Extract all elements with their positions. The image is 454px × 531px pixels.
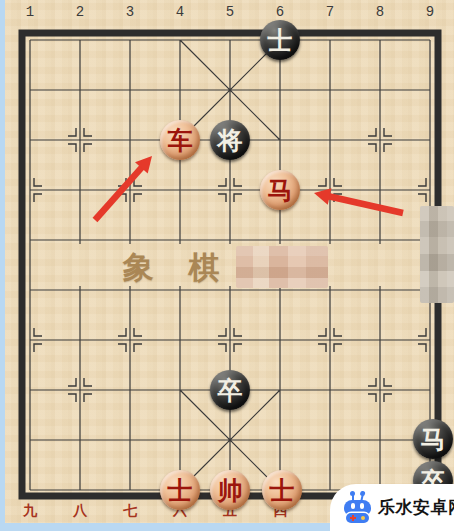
- piece-red-general[interactable]: 帅: [210, 470, 250, 510]
- piece-glyph: 卒: [218, 378, 243, 403]
- piece-red-horse[interactable]: 马: [260, 170, 300, 210]
- gamepad-dpad: [350, 515, 356, 521]
- gamepad-button: [361, 516, 365, 520]
- robot-eye: [360, 503, 364, 509]
- site-watermark-logo: 乐水安卓网: [330, 484, 454, 531]
- piece-glyph: 马: [421, 427, 446, 452]
- piece-glyph: 马: [268, 178, 293, 203]
- piece-black-soldier[interactable]: 卒: [210, 370, 250, 410]
- piece-black-general[interactable]: 将: [210, 120, 250, 160]
- piece-glyph: 帅: [218, 478, 243, 503]
- piece-glyph: 车: [168, 128, 193, 153]
- robot-eye: [351, 503, 355, 509]
- piece-red-chariot[interactable]: 车: [160, 120, 200, 160]
- piece-red-advisor-right[interactable]: 士: [262, 470, 302, 510]
- piece-black-horse[interactable]: 马: [413, 419, 453, 459]
- piece-glyph: 将: [218, 128, 243, 153]
- piece-black-advisor[interactable]: 士: [260, 20, 300, 60]
- pieces-layer: 士车将马卒马卒士帅士: [0, 0, 454, 531]
- piece-glyph: 士: [168, 478, 193, 503]
- piece-glyph: 士: [268, 28, 293, 53]
- piece-glyph: 士: [270, 478, 295, 503]
- xiangqi-app-screen: 123456789 象棋 士车将马卒马卒士帅士 九八七六五四 乐水安卓网: [0, 0, 454, 531]
- piece-red-advisor-left[interactable]: 士: [160, 470, 200, 510]
- site-name: 乐水安卓网: [378, 496, 454, 519]
- robot-gamepad-icon: [342, 493, 372, 523]
